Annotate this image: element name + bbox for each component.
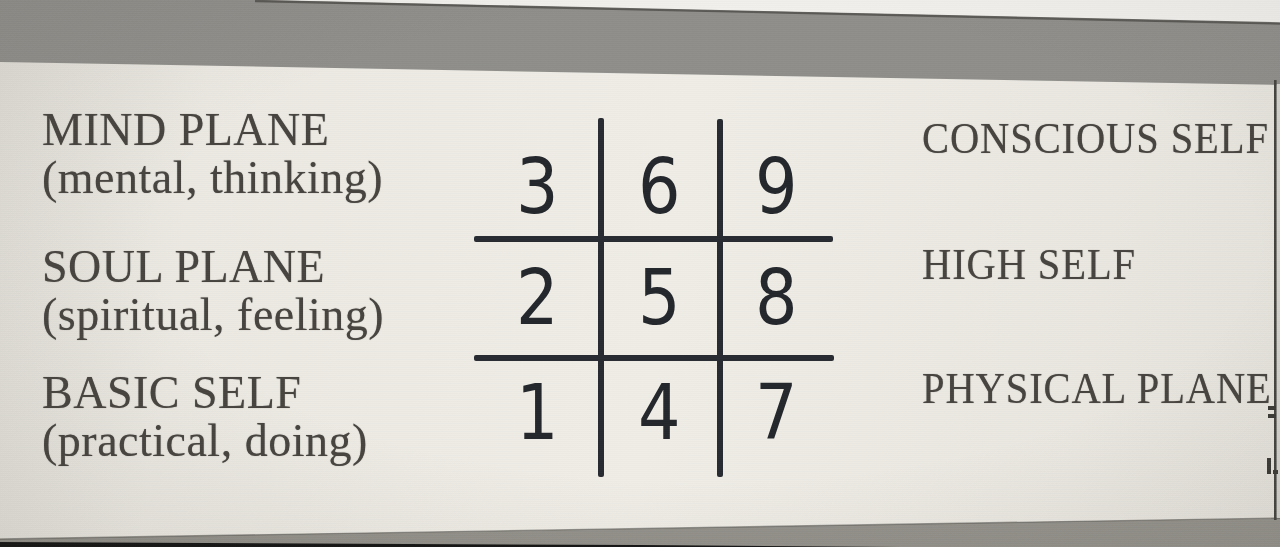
photographed-page: MIND PLANE (mental, thinking) SOUL PLANE… (0, 0, 1280, 547)
mind-plane-label: MIND PLANE (mental, thinking) (42, 106, 383, 202)
lo-shu-grid: 3 6 9 2 5 8 1 4 7 (475, 118, 833, 477)
basic-self-subtitle: (practical, doing) (42, 417, 368, 465)
cell-r3c3: 7 (719, 357, 833, 477)
high-self-label: HIGH SELF (922, 242, 1136, 287)
digit-1: 1 (516, 375, 559, 451)
digit-4: 4 (638, 375, 681, 451)
soul-plane-title: SOUL PLANE (42, 241, 325, 292)
basic-self-title: BASIC SELF (42, 367, 301, 418)
digit-2: 2 (516, 260, 559, 336)
digit-9: 9 (755, 149, 798, 225)
digit-6: 6 (638, 149, 681, 225)
cell-r1c2: 6 (600, 118, 719, 238)
cell-r2c2: 5 (600, 238, 719, 357)
digit-8: 8 (755, 260, 798, 336)
digit-5: 5 (638, 260, 681, 336)
cell-r2c1: 2 (475, 238, 600, 357)
cell-r1c3: 9 (719, 118, 833, 238)
cell-r3c2: 4 (600, 357, 719, 477)
soul-plane-subtitle: (spiritual, feeling) (42, 291, 384, 339)
basic-self-label: BASIC SELF (practical, doing) (42, 369, 368, 465)
numerology-chart: MIND PLANE (mental, thinking) SOUL PLANE… (0, 0, 1280, 547)
cell-r2c3: 8 (719, 238, 833, 357)
digit-7: 7 (755, 375, 798, 451)
mind-plane-title: MIND PLANE (42, 104, 329, 155)
cell-r3c1: 1 (475, 357, 600, 477)
cell-r1c1: 3 (475, 118, 600, 238)
conscious-self-label: CONSCIOUS SELF (922, 116, 1269, 161)
soul-plane-label: SOUL PLANE (spiritual, feeling) (42, 243, 384, 339)
digit-3: 3 (516, 149, 559, 225)
mind-plane-subtitle: (mental, thinking) (42, 154, 383, 202)
physical-plane-label: PHYSICAL PLANE (922, 366, 1272, 411)
